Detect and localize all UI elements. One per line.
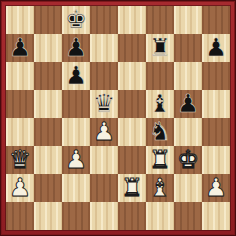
square-d4[interactable]: ♟ (90, 118, 118, 146)
piece-black-pawn-c7[interactable]: ♟ (65, 35, 87, 60)
square-f2[interactable]: ♝ (146, 174, 174, 202)
square-d7[interactable] (90, 34, 118, 62)
square-e1[interactable] (118, 202, 146, 230)
square-e8[interactable] (118, 6, 146, 34)
square-d2[interactable] (90, 174, 118, 202)
piece-white-pawn-d4[interactable]: ♟ (93, 119, 115, 144)
piece-black-pawn-c6[interactable]: ♟ (65, 63, 87, 88)
square-d8[interactable] (90, 6, 118, 34)
square-c2[interactable] (62, 174, 90, 202)
square-h1[interactable] (202, 202, 230, 230)
square-c8[interactable]: ♚ (62, 6, 90, 34)
piece-white-pawn-c3[interactable]: ♟ (65, 147, 87, 172)
square-h6[interactable] (202, 62, 230, 90)
square-b3[interactable] (34, 146, 62, 174)
square-a1[interactable] (6, 202, 34, 230)
square-d5[interactable]: ♛ (90, 90, 118, 118)
square-a8[interactable] (6, 6, 34, 34)
square-h2[interactable]: ♟ (202, 174, 230, 202)
square-g1[interactable] (174, 202, 202, 230)
square-b6[interactable] (34, 62, 62, 90)
square-f8[interactable] (146, 6, 174, 34)
piece-black-knight-f4[interactable]: ♞ (149, 119, 171, 144)
square-f1[interactable] (146, 202, 174, 230)
piece-black-pawn-h7[interactable]: ♟ (205, 35, 227, 60)
square-c1[interactable] (62, 202, 90, 230)
square-h4[interactable] (202, 118, 230, 146)
square-h7[interactable]: ♟ (202, 34, 230, 62)
square-b4[interactable] (34, 118, 62, 146)
square-f3[interactable]: ♜ (146, 146, 174, 174)
piece-white-queen-a3[interactable]: ♛ (9, 147, 31, 172)
square-a4[interactable] (6, 118, 34, 146)
board-frame: ♚♟♟♜♟♟♛♝♟♟♞♛♟♜♚♟♜♝♟ (0, 0, 236, 236)
square-e5[interactable] (118, 90, 146, 118)
square-d6[interactable] (90, 62, 118, 90)
square-c4[interactable] (62, 118, 90, 146)
square-g7[interactable] (174, 34, 202, 62)
square-g4[interactable] (174, 118, 202, 146)
piece-white-king-g3[interactable]: ♚ (177, 147, 199, 172)
piece-black-rook-f7[interactable]: ♜ (149, 35, 171, 60)
square-e4[interactable] (118, 118, 146, 146)
square-g8[interactable] (174, 6, 202, 34)
square-e2[interactable]: ♜ (118, 174, 146, 202)
piece-black-pawn-g5[interactable]: ♟ (177, 91, 199, 116)
piece-black-queen-d5[interactable]: ♛ (93, 91, 115, 116)
square-c5[interactable] (62, 90, 90, 118)
piece-black-king-c8[interactable]: ♚ (65, 7, 87, 32)
square-h5[interactable] (202, 90, 230, 118)
square-d3[interactable] (90, 146, 118, 174)
square-b5[interactable] (34, 90, 62, 118)
square-a3[interactable]: ♛ (6, 146, 34, 174)
square-h8[interactable] (202, 6, 230, 34)
square-f7[interactable]: ♜ (146, 34, 174, 62)
square-e6[interactable] (118, 62, 146, 90)
piece-white-bishop-f2[interactable]: ♝ (149, 175, 171, 200)
square-a7[interactable]: ♟ (6, 34, 34, 62)
square-a2[interactable]: ♟ (6, 174, 34, 202)
piece-white-rook-e2[interactable]: ♜ (121, 175, 143, 200)
square-a6[interactable] (6, 62, 34, 90)
square-f6[interactable] (146, 62, 174, 90)
square-e7[interactable] (118, 34, 146, 62)
square-b7[interactable] (34, 34, 62, 62)
square-b1[interactable] (34, 202, 62, 230)
piece-black-bishop-f5[interactable]: ♝ (149, 91, 171, 116)
square-f4[interactable]: ♞ (146, 118, 174, 146)
square-g5[interactable]: ♟ (174, 90, 202, 118)
piece-black-pawn-a7[interactable]: ♟ (9, 35, 31, 60)
square-c6[interactable]: ♟ (62, 62, 90, 90)
chess-board: ♚♟♟♜♟♟♛♝♟♟♞♛♟♜♚♟♜♝♟ (6, 6, 230, 230)
piece-white-pawn-h2[interactable]: ♟ (205, 175, 227, 200)
square-e3[interactable] (118, 146, 146, 174)
square-g3[interactable]: ♚ (174, 146, 202, 174)
square-b2[interactable] (34, 174, 62, 202)
square-f5[interactable]: ♝ (146, 90, 174, 118)
piece-white-rook-f3[interactable]: ♜ (149, 147, 171, 172)
square-c7[interactable]: ♟ (62, 34, 90, 62)
piece-white-pawn-a2[interactable]: ♟ (9, 175, 31, 200)
square-a5[interactable] (6, 90, 34, 118)
square-c3[interactable]: ♟ (62, 146, 90, 174)
square-d1[interactable] (90, 202, 118, 230)
square-g6[interactable] (174, 62, 202, 90)
square-b8[interactable] (34, 6, 62, 34)
square-g2[interactable] (174, 174, 202, 202)
square-h3[interactable] (202, 146, 230, 174)
